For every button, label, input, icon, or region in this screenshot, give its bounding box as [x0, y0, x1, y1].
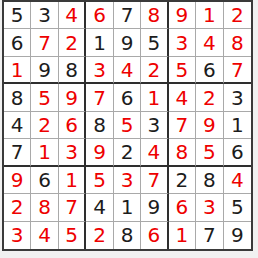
- cell-r1c9[interactable]: 2: [224, 2, 251, 29]
- sudoku-app: 5346789126721953481983425678597614234268…: [0, 0, 258, 258]
- cell-r7c3[interactable]: 1: [59, 167, 86, 194]
- cell-r6c5[interactable]: 2: [114, 139, 141, 166]
- cell-r3c1[interactable]: 1: [4, 57, 31, 84]
- cell-r3c6[interactable]: 2: [141, 57, 168, 84]
- cell-r5c1[interactable]: 4: [4, 112, 31, 139]
- cell-r7c2[interactable]: 6: [31, 167, 58, 194]
- cell-r8c5[interactable]: 1: [114, 194, 141, 221]
- cell-r5c7[interactable]: 7: [169, 112, 196, 139]
- cell-r1c2[interactable]: 3: [31, 2, 58, 29]
- cell-r9c9[interactable]: 9: [224, 222, 251, 249]
- cell-r7c6[interactable]: 7: [141, 167, 168, 194]
- cell-r6c8[interactable]: 5: [196, 139, 223, 166]
- cell-r4c1[interactable]: 8: [4, 84, 31, 111]
- cell-r4c6[interactable]: 1: [141, 84, 168, 111]
- cell-r8c8[interactable]: 3: [196, 194, 223, 221]
- cell-r3c8[interactable]: 6: [196, 57, 223, 84]
- cell-r7c5[interactable]: 3: [114, 167, 141, 194]
- cell-r1c1[interactable]: 5: [4, 2, 31, 29]
- cell-r6c4[interactable]: 9: [86, 139, 113, 166]
- cell-r5c4[interactable]: 8: [86, 112, 113, 139]
- cell-r1c8[interactable]: 1: [196, 2, 223, 29]
- cell-r8c9[interactable]: 5: [224, 194, 251, 221]
- cell-r9c5[interactable]: 8: [114, 222, 141, 249]
- cell-r3c5[interactable]: 4: [114, 57, 141, 84]
- cell-r4c7[interactable]: 4: [169, 84, 196, 111]
- cell-r1c3[interactable]: 4: [59, 2, 86, 29]
- cell-r7c7[interactable]: 2: [169, 167, 196, 194]
- cell-r4c4[interactable]: 7: [86, 84, 113, 111]
- cell-r8c6[interactable]: 9: [141, 194, 168, 221]
- cell-r8c4[interactable]: 4: [86, 194, 113, 221]
- cell-r9c7[interactable]: 1: [169, 222, 196, 249]
- cell-r2c5[interactable]: 9: [114, 29, 141, 56]
- cell-r4c2[interactable]: 5: [31, 84, 58, 111]
- cell-r5c5[interactable]: 5: [114, 112, 141, 139]
- cell-r1c7[interactable]: 9: [169, 2, 196, 29]
- cell-r3c7[interactable]: 5: [169, 57, 196, 84]
- cell-r2c8[interactable]: 4: [196, 29, 223, 56]
- cell-r2c9[interactable]: 8: [224, 29, 251, 56]
- cell-r8c7[interactable]: 6: [169, 194, 196, 221]
- cell-r1c4[interactable]: 6: [86, 2, 113, 29]
- cell-r7c1[interactable]: 9: [4, 167, 31, 194]
- cell-r8c2[interactable]: 8: [31, 194, 58, 221]
- cell-r6c1[interactable]: 7: [4, 139, 31, 166]
- cell-r2c7[interactable]: 3: [169, 29, 196, 56]
- cell-r9c3[interactable]: 5: [59, 222, 86, 249]
- cell-r5c3[interactable]: 6: [59, 112, 86, 139]
- cell-r2c1[interactable]: 6: [4, 29, 31, 56]
- cell-r4c5[interactable]: 6: [114, 84, 141, 111]
- cell-r1c5[interactable]: 7: [114, 2, 141, 29]
- cell-r4c3[interactable]: 9: [59, 84, 86, 111]
- cell-r5c9[interactable]: 1: [224, 112, 251, 139]
- cell-r5c2[interactable]: 2: [31, 112, 58, 139]
- cell-r7c8[interactable]: 8: [196, 167, 223, 194]
- cell-r7c4[interactable]: 5: [86, 167, 113, 194]
- cell-r6c3[interactable]: 3: [59, 139, 86, 166]
- sudoku-board: 5346789126721953481983425678597614234268…: [2, 0, 253, 251]
- cell-r3c2[interactable]: 9: [31, 57, 58, 84]
- cell-r2c2[interactable]: 7: [31, 29, 58, 56]
- cell-r3c3[interactable]: 8: [59, 57, 86, 84]
- cell-r6c7[interactable]: 8: [169, 139, 196, 166]
- cell-r5c8[interactable]: 9: [196, 112, 223, 139]
- cell-r2c3[interactable]: 2: [59, 29, 86, 56]
- cell-r7c9[interactable]: 4: [224, 167, 251, 194]
- cell-r9c1[interactable]: 3: [4, 222, 31, 249]
- cell-r3c9[interactable]: 7: [224, 57, 251, 84]
- cell-r6c9[interactable]: 6: [224, 139, 251, 166]
- cell-r6c2[interactable]: 1: [31, 139, 58, 166]
- cell-r4c8[interactable]: 2: [196, 84, 223, 111]
- cell-r3c4[interactable]: 3: [86, 57, 113, 84]
- cell-r9c2[interactable]: 4: [31, 222, 58, 249]
- cell-r6c6[interactable]: 4: [141, 139, 168, 166]
- cell-r4c9[interactable]: 3: [224, 84, 251, 111]
- cell-r9c4[interactable]: 2: [86, 222, 113, 249]
- cell-r8c1[interactable]: 2: [4, 194, 31, 221]
- cell-r2c4[interactable]: 1: [86, 29, 113, 56]
- cell-r5c6[interactable]: 3: [141, 112, 168, 139]
- cell-r8c3[interactable]: 7: [59, 194, 86, 221]
- cell-r1c6[interactable]: 8: [141, 2, 168, 29]
- cell-r9c8[interactable]: 7: [196, 222, 223, 249]
- cell-r9c6[interactable]: 6: [141, 222, 168, 249]
- cell-r2c6[interactable]: 5: [141, 29, 168, 56]
